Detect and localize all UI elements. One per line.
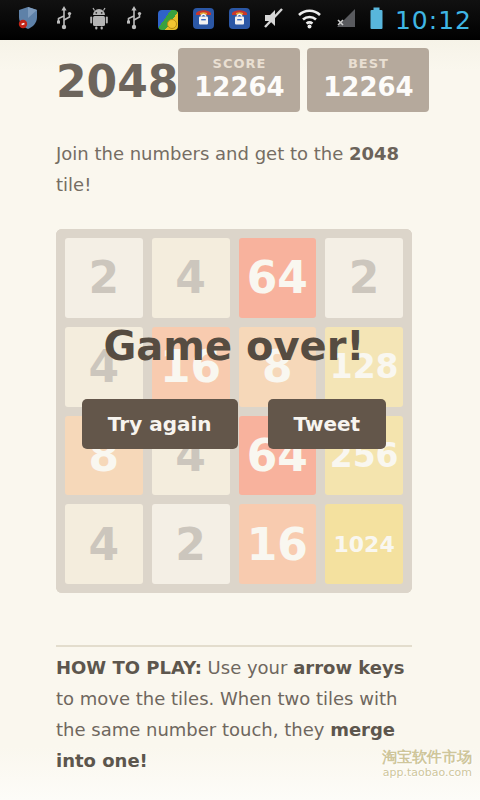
no-signal-icon bbox=[334, 7, 358, 33]
how-to-play-text: HOW TO PLAY: Use your arrow keys to move… bbox=[56, 652, 412, 776]
game-board[interactable]: 2 4 64 2 4 16 8 128 8 4 64 256 4 2 16 10… bbox=[56, 229, 412, 593]
mute-icon bbox=[261, 6, 285, 34]
usb-icon bbox=[125, 5, 143, 35]
android-debug-icon bbox=[88, 6, 110, 34]
score-label: SCORE bbox=[178, 56, 300, 71]
taobao-app-store-icon bbox=[229, 8, 250, 33]
tweet-button[interactable]: Tweet bbox=[268, 399, 387, 449]
try-again-button[interactable]: Try again bbox=[82, 399, 238, 449]
divider bbox=[56, 645, 412, 647]
best-label: BEST bbox=[307, 56, 429, 71]
security-shield-icon bbox=[16, 5, 40, 35]
usb-icon bbox=[55, 5, 73, 35]
watermark: 淘宝软件市场 app.taobao.com bbox=[382, 748, 472, 781]
wifi-icon bbox=[296, 7, 323, 33]
navigation-app-icon bbox=[158, 10, 178, 30]
game-over-message: Game over! bbox=[56, 323, 412, 369]
intro-text: Join the numbers and get to the 2048 til… bbox=[56, 138, 412, 200]
taobao-app-store-icon bbox=[193, 8, 214, 33]
best-value: 12264 bbox=[307, 72, 429, 102]
game-header: 2048 SCORE 12264 BEST 12264 bbox=[56, 48, 412, 112]
status-clock: 10:12 bbox=[395, 6, 472, 35]
watermark-line2: app.taobao.com bbox=[382, 766, 472, 780]
status-bar: 10:12 bbox=[0, 0, 480, 40]
game-over-overlay: Game over! Try again Tweet bbox=[56, 229, 412, 593]
best-box: BEST 12264 bbox=[307, 48, 429, 112]
battery-icon bbox=[369, 6, 384, 34]
app-background: 2048 SCORE 12264 BEST 12264 Join the num… bbox=[0, 40, 480, 800]
score-box: SCORE 12264 bbox=[178, 48, 300, 112]
watermark-line1: 淘宝软件市场 bbox=[382, 748, 472, 767]
page-title: 2048 bbox=[56, 56, 178, 112]
score-value: 12264 bbox=[178, 72, 300, 102]
